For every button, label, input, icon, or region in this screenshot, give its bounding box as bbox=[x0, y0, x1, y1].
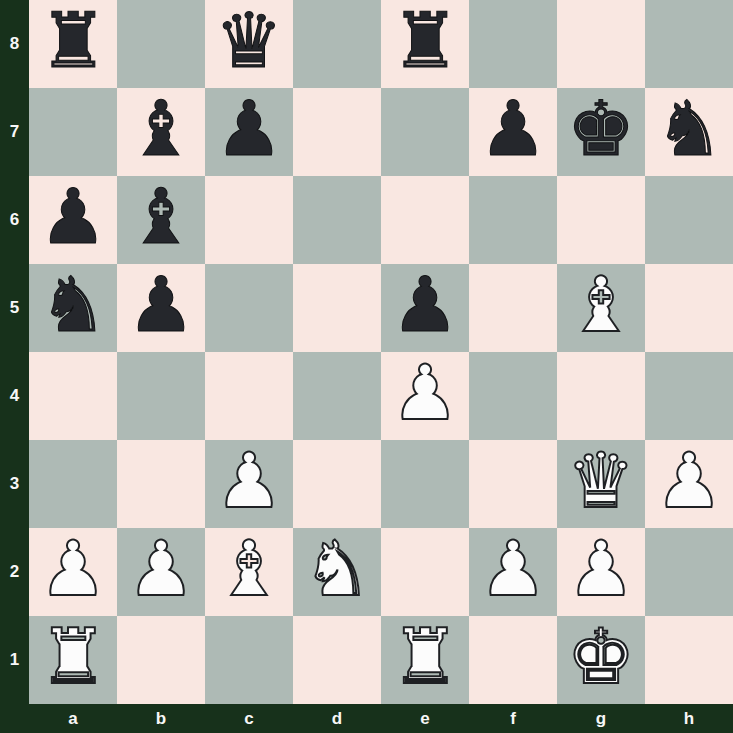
square-a4[interactable] bbox=[29, 352, 117, 440]
square-e8[interactable]: ♜ bbox=[381, 0, 469, 88]
rank-label-8: 8 bbox=[0, 0, 29, 88]
square-e6[interactable] bbox=[381, 176, 469, 264]
board-corner bbox=[0, 704, 29, 733]
square-b4[interactable] bbox=[117, 352, 205, 440]
square-c2[interactable]: ♝ bbox=[205, 528, 293, 616]
piece-black-bishop[interactable]: ♝ bbox=[127, 85, 195, 173]
piece-black-knight[interactable]: ♞ bbox=[39, 261, 107, 349]
square-a6[interactable]: ♟ bbox=[29, 176, 117, 264]
piece-black-pawn[interactable]: ♟ bbox=[127, 261, 195, 349]
file-label-d: d bbox=[293, 704, 381, 733]
piece-black-rook[interactable]: ♜ bbox=[391, 0, 459, 85]
piece-white-knight[interactable]: ♞ bbox=[303, 525, 371, 613]
chess-diagram: 8♜♛♜7♝♟♟♚♞6♟♝5♞♟♟♝4♟3♟♛♟2♟♟♝♞♟♟1♜♜♚abcde… bbox=[0, 0, 733, 733]
square-h8[interactable] bbox=[645, 0, 733, 88]
square-b1[interactable] bbox=[117, 616, 205, 704]
piece-white-pawn[interactable]: ♟ bbox=[479, 525, 547, 613]
rank-label-7: 7 bbox=[0, 88, 29, 176]
square-b8[interactable] bbox=[117, 0, 205, 88]
square-d5[interactable] bbox=[293, 264, 381, 352]
file-label-a: a bbox=[29, 704, 117, 733]
square-d4[interactable] bbox=[293, 352, 381, 440]
square-g2[interactable]: ♟ bbox=[557, 528, 645, 616]
square-d3[interactable] bbox=[293, 440, 381, 528]
chess-board: 8♜♛♜7♝♟♟♚♞6♟♝5♞♟♟♝4♟3♟♛♟2♟♟♝♞♟♟1♜♜♚abcde… bbox=[0, 0, 733, 733]
piece-white-rook[interactable]: ♜ bbox=[39, 613, 107, 701]
rank-label-6: 6 bbox=[0, 176, 29, 264]
square-g5[interactable]: ♝ bbox=[557, 264, 645, 352]
square-a2[interactable]: ♟ bbox=[29, 528, 117, 616]
rank-label-2: 2 bbox=[0, 528, 29, 616]
square-b5[interactable]: ♟ bbox=[117, 264, 205, 352]
file-label-g: g bbox=[557, 704, 645, 733]
square-h2[interactable] bbox=[645, 528, 733, 616]
piece-white-rook[interactable]: ♜ bbox=[391, 613, 459, 701]
square-b2[interactable]: ♟ bbox=[117, 528, 205, 616]
square-f4[interactable] bbox=[469, 352, 557, 440]
file-label-f: f bbox=[469, 704, 557, 733]
square-g3[interactable]: ♛ bbox=[557, 440, 645, 528]
piece-white-queen[interactable]: ♛ bbox=[567, 437, 635, 525]
square-e4[interactable]: ♟ bbox=[381, 352, 469, 440]
square-e3[interactable] bbox=[381, 440, 469, 528]
piece-white-pawn[interactable]: ♟ bbox=[127, 525, 195, 613]
file-label-c: c bbox=[205, 704, 293, 733]
square-d1[interactable] bbox=[293, 616, 381, 704]
square-d7[interactable] bbox=[293, 88, 381, 176]
square-g4[interactable] bbox=[557, 352, 645, 440]
piece-black-pawn[interactable]: ♟ bbox=[391, 261, 459, 349]
square-c8[interactable]: ♛ bbox=[205, 0, 293, 88]
piece-black-pawn[interactable]: ♟ bbox=[39, 173, 107, 261]
square-h3[interactable]: ♟ bbox=[645, 440, 733, 528]
square-e2[interactable] bbox=[381, 528, 469, 616]
piece-white-pawn[interactable]: ♟ bbox=[391, 349, 459, 437]
piece-black-king[interactable]: ♚ bbox=[567, 85, 635, 173]
piece-white-pawn[interactable]: ♟ bbox=[567, 525, 635, 613]
square-g7[interactable]: ♚ bbox=[557, 88, 645, 176]
piece-black-bishop[interactable]: ♝ bbox=[127, 173, 195, 261]
square-f7[interactable]: ♟ bbox=[469, 88, 557, 176]
square-e1[interactable]: ♜ bbox=[381, 616, 469, 704]
square-h4[interactable] bbox=[645, 352, 733, 440]
square-b6[interactable]: ♝ bbox=[117, 176, 205, 264]
piece-white-pawn[interactable]: ♟ bbox=[215, 437, 283, 525]
square-f8[interactable] bbox=[469, 0, 557, 88]
square-f2[interactable]: ♟ bbox=[469, 528, 557, 616]
square-d6[interactable] bbox=[293, 176, 381, 264]
square-c6[interactable] bbox=[205, 176, 293, 264]
square-b7[interactable]: ♝ bbox=[117, 88, 205, 176]
square-f1[interactable] bbox=[469, 616, 557, 704]
square-d8[interactable] bbox=[293, 0, 381, 88]
square-a5[interactable]: ♞ bbox=[29, 264, 117, 352]
square-c3[interactable]: ♟ bbox=[205, 440, 293, 528]
square-g8[interactable] bbox=[557, 0, 645, 88]
square-f3[interactable] bbox=[469, 440, 557, 528]
square-a7[interactable] bbox=[29, 88, 117, 176]
square-c5[interactable] bbox=[205, 264, 293, 352]
square-h7[interactable]: ♞ bbox=[645, 88, 733, 176]
piece-black-queen[interactable]: ♛ bbox=[215, 0, 283, 85]
rank-label-3: 3 bbox=[0, 440, 29, 528]
rank-label-5: 5 bbox=[0, 264, 29, 352]
square-h6[interactable] bbox=[645, 176, 733, 264]
square-c7[interactable]: ♟ bbox=[205, 88, 293, 176]
square-c4[interactable] bbox=[205, 352, 293, 440]
piece-black-pawn[interactable]: ♟ bbox=[215, 85, 283, 173]
piece-black-rook[interactable]: ♜ bbox=[39, 0, 107, 85]
piece-black-pawn[interactable]: ♟ bbox=[479, 85, 547, 173]
piece-white-bishop[interactable]: ♝ bbox=[215, 525, 283, 613]
piece-white-pawn[interactable]: ♟ bbox=[655, 437, 723, 525]
square-a8[interactable]: ♜ bbox=[29, 0, 117, 88]
square-f6[interactable] bbox=[469, 176, 557, 264]
square-e5[interactable]: ♟ bbox=[381, 264, 469, 352]
square-g1[interactable]: ♚ bbox=[557, 616, 645, 704]
rank-label-1: 1 bbox=[0, 616, 29, 704]
square-h1[interactable] bbox=[645, 616, 733, 704]
square-a3[interactable] bbox=[29, 440, 117, 528]
square-e7[interactable] bbox=[381, 88, 469, 176]
piece-white-bishop[interactable]: ♝ bbox=[567, 261, 635, 349]
square-d2[interactable]: ♞ bbox=[293, 528, 381, 616]
piece-black-knight[interactable]: ♞ bbox=[655, 85, 723, 173]
square-h5[interactable] bbox=[645, 264, 733, 352]
square-c1[interactable] bbox=[205, 616, 293, 704]
square-a1[interactable]: ♜ bbox=[29, 616, 117, 704]
file-label-h: h bbox=[645, 704, 733, 733]
piece-white-pawn[interactable]: ♟ bbox=[39, 525, 107, 613]
file-label-b: b bbox=[117, 704, 205, 733]
rank-label-4: 4 bbox=[0, 352, 29, 440]
square-b3[interactable] bbox=[117, 440, 205, 528]
file-label-e: e bbox=[381, 704, 469, 733]
square-f5[interactable] bbox=[469, 264, 557, 352]
square-g6[interactable] bbox=[557, 176, 645, 264]
piece-white-king[interactable]: ♚ bbox=[567, 613, 635, 701]
